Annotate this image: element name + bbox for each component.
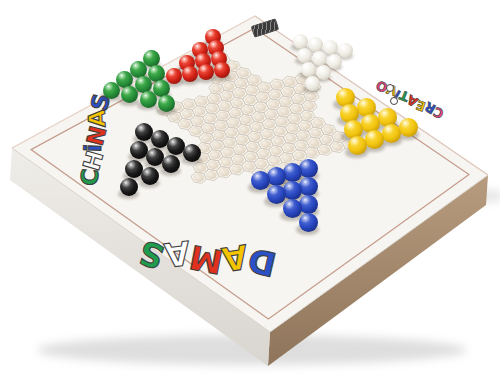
blue-marble bbox=[299, 213, 318, 232]
smiley-icon bbox=[386, 84, 394, 92]
black-marble bbox=[141, 167, 159, 185]
title-letter: D bbox=[244, 240, 279, 283]
red-marble bbox=[166, 68, 182, 84]
smiley-icon bbox=[390, 97, 398, 105]
black-marble bbox=[120, 178, 138, 196]
red-marble bbox=[182, 66, 198, 82]
green-marble bbox=[158, 95, 175, 112]
yellow-marble bbox=[382, 124, 401, 143]
product-photo: CHiNAS DAMAS CREATiVO bbox=[0, 0, 500, 377]
blue-marble bbox=[267, 185, 286, 204]
blue-marble bbox=[283, 199, 302, 218]
white-marble bbox=[301, 62, 316, 77]
yellow-marble bbox=[399, 118, 418, 137]
white-marble bbox=[297, 48, 312, 63]
title-letter: A bbox=[84, 110, 111, 128]
black-marble bbox=[183, 144, 201, 162]
red-marble bbox=[214, 62, 230, 78]
red-marble bbox=[198, 64, 214, 80]
black-marble bbox=[162, 155, 180, 173]
green-marble bbox=[121, 86, 138, 103]
white-marble bbox=[305, 76, 320, 91]
white-marble bbox=[293, 34, 308, 49]
title-letter: M bbox=[186, 237, 225, 281]
green-marble bbox=[140, 91, 157, 108]
title-letter: S bbox=[134, 232, 169, 276]
yellow-marble bbox=[348, 136, 367, 155]
blue-marble bbox=[251, 171, 270, 190]
yellow-marble bbox=[365, 130, 384, 149]
green-marble bbox=[103, 82, 120, 99]
